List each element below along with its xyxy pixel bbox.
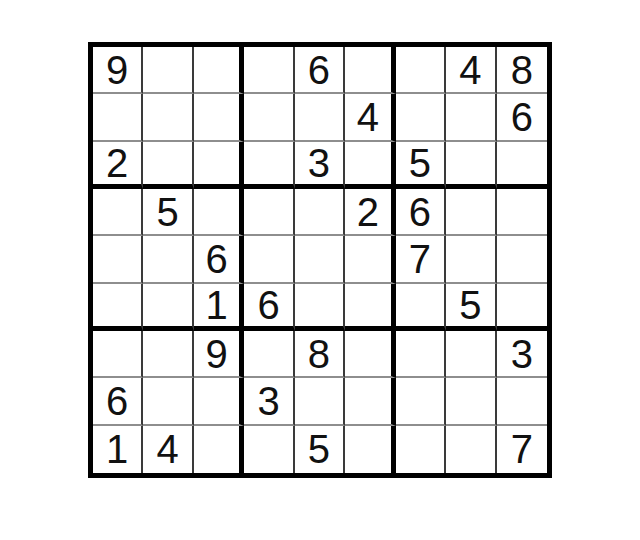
- sudoku-cell-given: 3: [244, 378, 294, 425]
- sudoku-cell-empty[interactable]: [295, 94, 345, 141]
- sudoku-cell-empty[interactable]: [396, 94, 446, 141]
- sudoku-cell-empty[interactable]: [345, 426, 395, 473]
- sudoku-cell-empty[interactable]: [345, 331, 395, 378]
- sudoku-cell-given: 5: [295, 426, 345, 473]
- sudoku-cell-empty[interactable]: [194, 189, 244, 236]
- sudoku-cell-given: 7: [396, 236, 446, 283]
- sudoku-cell-empty[interactable]: [396, 47, 446, 94]
- sudoku-cell-empty[interactable]: [244, 142, 294, 189]
- sudoku-cell-given: 8: [497, 47, 547, 94]
- sudoku-cell-empty[interactable]: [93, 236, 143, 283]
- sudoku-cell-empty[interactable]: [295, 189, 345, 236]
- sudoku-cell-empty[interactable]: [446, 189, 496, 236]
- sudoku-cell-given: 4: [446, 47, 496, 94]
- sudoku-cell-empty[interactable]: [194, 94, 244, 141]
- sudoku-cell-empty[interactable]: [244, 189, 294, 236]
- sudoku-cell-empty[interactable]: [244, 426, 294, 473]
- sudoku-cell-given: 5: [396, 142, 446, 189]
- sudoku-cell-empty[interactable]: [446, 236, 496, 283]
- sudoku-cell-empty[interactable]: [446, 94, 496, 141]
- sudoku-cell-empty[interactable]: [295, 236, 345, 283]
- sudoku-board: 96484623552667165983631457: [88, 42, 552, 478]
- sudoku-cell-empty[interactable]: [497, 284, 547, 331]
- sudoku-cell-given: 4: [143, 426, 193, 473]
- sudoku-cell-empty[interactable]: [244, 94, 294, 141]
- sudoku-cell-given: 3: [295, 142, 345, 189]
- sudoku-cell-empty[interactable]: [194, 426, 244, 473]
- sudoku-cell-given: 9: [194, 331, 244, 378]
- sudoku-cell-empty[interactable]: [345, 47, 395, 94]
- sudoku-cell-given: 6: [93, 378, 143, 425]
- sudoku-cell-empty[interactable]: [143, 236, 193, 283]
- sudoku-cell-empty[interactable]: [497, 378, 547, 425]
- sudoku-cell-empty[interactable]: [93, 189, 143, 236]
- sudoku-cell-empty[interactable]: [446, 331, 496, 378]
- sudoku-cell-empty[interactable]: [396, 284, 446, 331]
- sudoku-cell-empty[interactable]: [143, 378, 193, 425]
- sudoku-cell-empty[interactable]: [345, 236, 395, 283]
- sudoku-cell-empty[interactable]: [446, 426, 496, 473]
- sudoku-cell-empty[interactable]: [93, 94, 143, 141]
- sudoku-cell-empty[interactable]: [143, 94, 193, 141]
- sudoku-cell-given: 6: [244, 284, 294, 331]
- sudoku-cell-empty[interactable]: [295, 284, 345, 331]
- sudoku-cell-empty[interactable]: [244, 331, 294, 378]
- sudoku-cell-given: 1: [194, 284, 244, 331]
- sudoku-cell-given: 6: [497, 94, 547, 141]
- sudoku-cell-empty[interactable]: [244, 236, 294, 283]
- sudoku-cell-empty[interactable]: [295, 378, 345, 425]
- sudoku-cell-given: 8: [295, 331, 345, 378]
- sudoku-cell-given: 6: [194, 236, 244, 283]
- sudoku-cell-empty[interactable]: [244, 47, 294, 94]
- sudoku-cell-empty[interactable]: [497, 142, 547, 189]
- sudoku-cell-empty[interactable]: [143, 142, 193, 189]
- sudoku-cell-empty[interactable]: [497, 236, 547, 283]
- sudoku-cell-empty[interactable]: [143, 284, 193, 331]
- sudoku-cell-empty[interactable]: [93, 331, 143, 378]
- sudoku-cell-empty[interactable]: [396, 426, 446, 473]
- sudoku-cell-given: 6: [396, 189, 446, 236]
- sudoku-cell-given: 5: [446, 284, 496, 331]
- sudoku-cell-empty[interactable]: [396, 331, 446, 378]
- sudoku-cell-given: 6: [295, 47, 345, 94]
- sudoku-cell-given: 2: [93, 142, 143, 189]
- sudoku-cell-empty[interactable]: [345, 284, 395, 331]
- sudoku-cell-empty[interactable]: [143, 47, 193, 94]
- sudoku-cell-empty[interactable]: [143, 331, 193, 378]
- sudoku-cell-empty[interactable]: [93, 284, 143, 331]
- sudoku-cell-empty[interactable]: [345, 142, 395, 189]
- sudoku-cell-given: 2: [345, 189, 395, 236]
- sudoku-cell-empty[interactable]: [396, 378, 446, 425]
- sudoku-cell-empty[interactable]: [446, 142, 496, 189]
- sudoku-cell-given: 4: [345, 94, 395, 141]
- sudoku-cell-empty[interactable]: [446, 378, 496, 425]
- sudoku-cell-given: 5: [143, 189, 193, 236]
- sudoku-cell-empty[interactable]: [345, 378, 395, 425]
- sudoku-cell-empty[interactable]: [497, 189, 547, 236]
- sudoku-cell-empty[interactable]: [194, 47, 244, 94]
- page-canvas: 96484623552667165983631457: [0, 0, 640, 540]
- sudoku-cell-given: 9: [93, 47, 143, 94]
- sudoku-cell-empty[interactable]: [194, 378, 244, 425]
- sudoku-cell-given: 7: [497, 426, 547, 473]
- sudoku-cell-empty[interactable]: [194, 142, 244, 189]
- sudoku-cell-given: 3: [497, 331, 547, 378]
- sudoku-cell-given: 1: [93, 426, 143, 473]
